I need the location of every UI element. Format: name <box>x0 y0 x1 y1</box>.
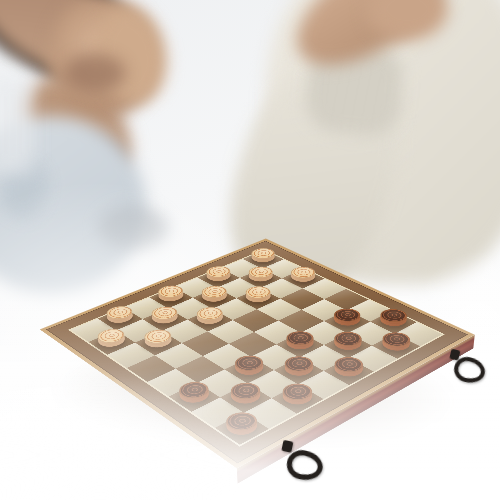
checker-piece-dark <box>279 360 319 382</box>
product-photo-stage <box>0 0 500 500</box>
checker-piece-dark <box>220 416 263 442</box>
clasp-mount-plate <box>281 440 293 453</box>
clasp-d-ring <box>284 447 325 483</box>
checker-piece-dark <box>277 387 319 410</box>
checker-piece-dark <box>225 386 266 409</box>
checker-piece-dark <box>174 385 215 408</box>
checker-piece-dark <box>329 336 367 356</box>
checkers-board <box>40 238 475 468</box>
checker-piece-light <box>93 333 130 352</box>
checker-piece-dark <box>230 359 269 380</box>
checker-piece-dark <box>377 336 416 356</box>
board-scene <box>0 0 500 500</box>
checker-piece-dark <box>329 361 369 383</box>
checker-piece-light <box>140 333 177 353</box>
checker-piece-dark <box>281 335 319 355</box>
